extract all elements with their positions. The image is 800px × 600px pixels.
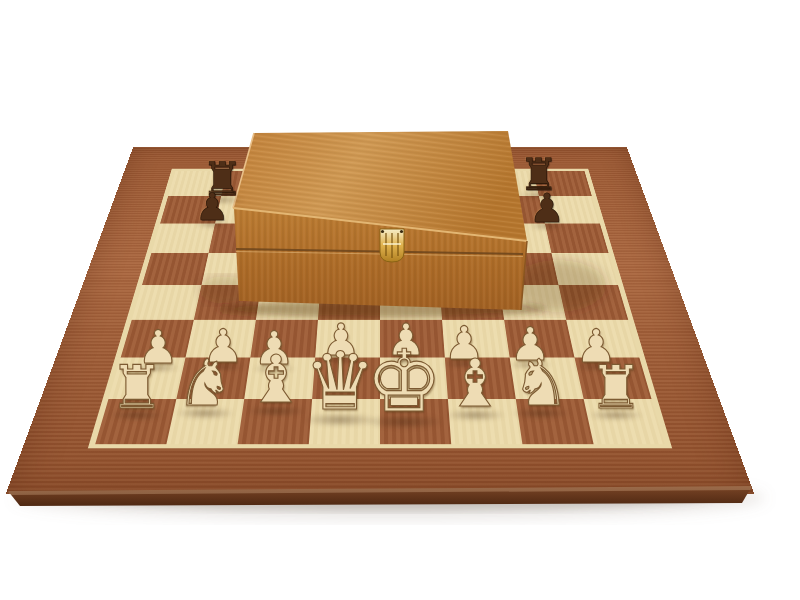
- white-knight-b1: ♞: [176, 351, 233, 415]
- white-knight-g1: ♞: [512, 351, 569, 415]
- black-pawn-h7: ♟: [529, 188, 565, 228]
- black-pawn-a7: ♟: [195, 188, 229, 226]
- white-rook-a1: ♜: [110, 357, 164, 417]
- scene: ♜♟♜♟♟♟♟♟♟♟♟♟♜♞♝♛♚♝♞♜: [0, 0, 800, 600]
- white-bishop-f1: ♝: [445, 351, 504, 417]
- white-bishop-c1: ♝: [246, 347, 305, 413]
- pieces-layer: ♜♟♜♟♟♟♟♟♟♟♟♟♜♞♝♛♚♝♞♜: [0, 0, 800, 600]
- white-king-e1: ♚: [365, 338, 442, 424]
- white-rook-h1: ♜: [589, 357, 643, 417]
